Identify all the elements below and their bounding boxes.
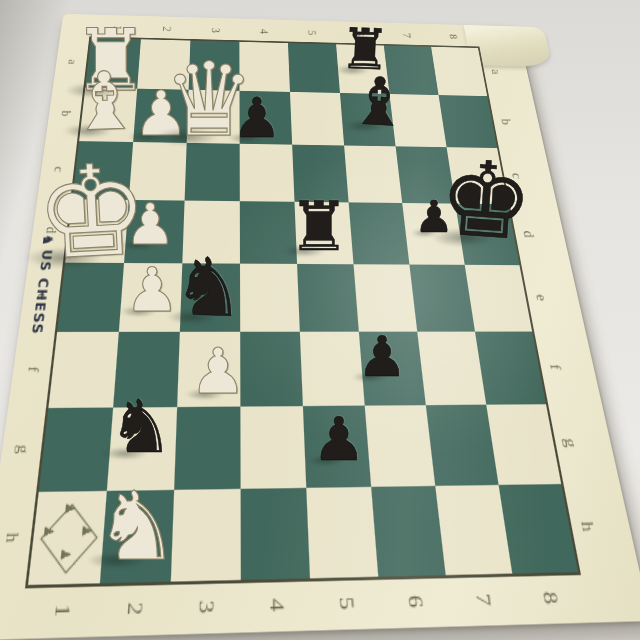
- piece-black-king-d8[interactable]: ♚: [436, 145, 536, 255]
- file-label-right-b: b: [498, 119, 514, 125]
- corner-logo-pawn-icon: ♟: [79, 524, 94, 538]
- square-a5[interactable]: [288, 43, 340, 93]
- square-f8[interactable]: [475, 332, 546, 405]
- piece-white-pawn-e2[interactable]: ♟: [125, 259, 180, 320]
- square-e4[interactable]: [240, 264, 300, 332]
- piece-black-bishop-b6[interactable]: ♝: [348, 68, 411, 137]
- corner-logo-pawn-icon: ♟: [62, 502, 77, 516]
- rank-label-bottom-8: 8: [538, 591, 562, 604]
- square-f4[interactable]: [240, 332, 303, 407]
- square-h4[interactable]: [241, 488, 310, 580]
- square-f5[interactable]: [300, 332, 365, 406]
- square-g3[interactable]: [174, 407, 240, 490]
- rank-label-top-7: 7: [399, 33, 413, 38]
- rank-label-bottom-5: 5: [334, 596, 357, 610]
- corner-logo-pawn-icon: ♟: [41, 525, 56, 539]
- square-e6[interactable]: [354, 264, 418, 331]
- rank-label-top-5: 5: [304, 30, 318, 35]
- file-label-left-g: g: [13, 445, 34, 454]
- square-h3[interactable]: [171, 489, 241, 582]
- square-h8[interactable]: [499, 484, 578, 574]
- piece-black-pawn-g5[interactable]: ♟: [312, 409, 366, 469]
- rank-label-bottom-4: 4: [265, 598, 288, 612]
- rank-label-top-8: 8: [446, 34, 460, 39]
- rank-label-top-4: 4: [256, 29, 270, 34]
- square-c6[interactable]: [344, 145, 402, 203]
- table-surface: 1122334455667788aabbccddeeffgghh ♞ US CH…: [0, 0, 640, 640]
- square-e7[interactable]: [409, 265, 475, 332]
- square-d6[interactable]: [349, 202, 410, 264]
- file-label-left-h: h: [1, 532, 23, 542]
- rank-label-top-3: 3: [208, 28, 222, 33]
- rank-label-bottom-3: 3: [194, 600, 217, 614]
- rank-label-top-2: 2: [159, 26, 174, 31]
- piece-white-queen-b3[interactable]: ♛: [163, 49, 254, 151]
- file-label-right-f: f: [546, 364, 564, 370]
- square-e5[interactable]: [297, 264, 359, 332]
- rank-label-bottom-1: 1: [49, 604, 74, 618]
- file-label-right-e: e: [532, 294, 550, 301]
- square-h5[interactable]: [306, 487, 378, 578]
- file-label-right-a: a: [488, 69, 503, 74]
- rank-label-bottom-2: 2: [122, 602, 146, 616]
- square-e8[interactable]: [465, 265, 532, 332]
- square-g6[interactable]: [365, 405, 436, 487]
- piece-black-knight-g2[interactable]: ♞: [108, 390, 173, 463]
- piece-black-pawn-f6[interactable]: ♟: [357, 329, 407, 385]
- piece-black-knight-e3[interactable]: ♞: [172, 247, 246, 329]
- square-a8[interactable]: [431, 47, 487, 96]
- rank-label-bottom-7: 7: [471, 593, 495, 606]
- square-b5[interactable]: [290, 92, 344, 146]
- piece-white-knight-h2[interactable]: ♞: [94, 479, 179, 574]
- square-g4[interactable]: [240, 406, 306, 489]
- piece-black-rook-d5[interactable]: ♜: [289, 193, 350, 261]
- square-g8[interactable]: [486, 404, 561, 485]
- corner-pawns-logo: ♟♟♟♟: [34, 497, 100, 578]
- corner-logo-pawn-icon: ♟: [58, 547, 73, 561]
- piece-white-bishop-b1[interactable]: ♝: [68, 61, 142, 143]
- piece-white-pawn-f3[interactable]: ♟: [190, 340, 246, 403]
- file-label-left-f: f: [24, 366, 43, 372]
- file-label-right-h: h: [577, 521, 598, 532]
- square-h6[interactable]: [371, 486, 446, 577]
- file-label-right-g: g: [560, 438, 579, 447]
- rank-label-bottom-6: 6: [403, 595, 427, 609]
